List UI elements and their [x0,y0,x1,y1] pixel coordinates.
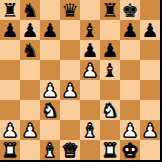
square-f1[interactable]: ♜ [100,140,120,160]
square-c4[interactable]: ♟ [40,80,60,100]
square-d1[interactable]: ♛ [60,140,80,160]
square-h5[interactable] [140,60,160,80]
square-a1[interactable]: ♜ [0,140,20,160]
square-c6[interactable] [40,40,60,60]
white-pawn-piece[interactable]: ♟ [141,120,158,140]
square-d4[interactable]: ♟ [60,80,80,100]
square-d5[interactable] [60,60,80,80]
black-pawn-piece[interactable]: ♟ [1,20,18,40]
square-h3[interactable] [140,100,160,120]
square-b6[interactable]: ♞ [20,40,40,60]
square-d6[interactable] [60,40,80,60]
black-pawn-piece[interactable]: ♟ [21,20,38,40]
square-a4[interactable] [0,80,20,100]
black-bishop-piece[interactable]: ♝ [101,60,118,80]
square-g2[interactable]: ♟ [120,120,140,140]
white-rook-piece[interactable]: ♜ [101,140,118,160]
white-king-piece[interactable]: ♚ [121,140,138,160]
white-queen-piece[interactable]: ♛ [61,140,78,160]
black-bishop-piece[interactable]: ♝ [81,20,98,40]
square-a2[interactable]: ♟ [0,120,20,140]
black-queen-piece[interactable]: ♛ [61,0,78,20]
square-h4[interactable] [140,80,160,100]
white-pawn-piece[interactable]: ♟ [41,80,58,100]
black-king-piece[interactable]: ♚ [121,0,138,20]
square-f7[interactable] [100,20,120,40]
square-a3[interactable] [0,100,20,120]
white-knight-piece[interactable]: ♞ [41,100,58,120]
square-e7[interactable]: ♝ [80,20,100,40]
black-knight-piece[interactable]: ♞ [21,0,38,20]
square-c7[interactable]: ♟ [40,20,60,40]
square-e2[interactable]: ♝ [80,120,100,140]
white-pawn-piece[interactable]: ♟ [1,120,18,140]
square-e4[interactable] [80,80,100,100]
square-a6[interactable] [0,40,20,60]
square-g7[interactable]: ♟ [120,20,140,40]
black-pawn-piece[interactable]: ♟ [41,20,58,40]
square-b8[interactable]: ♞ [20,0,40,20]
square-c1[interactable]: ♝ [40,140,60,160]
square-c5[interactable] [40,60,60,80]
square-d8[interactable]: ♛ [60,0,80,20]
square-g5[interactable] [120,60,140,80]
square-b7[interactable]: ♟ [20,20,40,40]
black-rook-piece[interactable]: ♜ [1,0,18,20]
square-b2[interactable]: ♟ [20,120,40,140]
square-a5[interactable] [0,60,20,80]
white-rook-piece[interactable]: ♜ [1,140,18,160]
black-pawn-piece[interactable]: ♟ [101,40,118,60]
square-f4[interactable] [100,80,120,100]
square-h1[interactable] [140,140,160,160]
square-e5[interactable]: ♟ [80,60,100,80]
square-c8[interactable] [40,0,60,20]
square-e8[interactable] [80,0,100,20]
square-c2[interactable] [40,120,60,140]
square-h6[interactable] [140,40,160,60]
black-pawn-piece[interactable]: ♟ [141,20,158,40]
square-f6[interactable]: ♟ [100,40,120,60]
square-g6[interactable] [120,40,140,60]
square-g1[interactable]: ♚ [120,140,140,160]
square-f3[interactable]: ♞ [100,100,120,120]
chess-board: ♜♞♛♜♚♟♟♟♝♟♟♞♟♟♟♝♟♟♞♞♟♟♝♟♟♜♝♛♜♚ [0,0,160,160]
square-h7[interactable]: ♟ [140,20,160,40]
square-g4[interactable] [120,80,140,100]
square-e6[interactable]: ♟ [80,40,100,60]
square-f8[interactable]: ♜ [100,0,120,20]
square-b5[interactable] [20,60,40,80]
square-a7[interactable]: ♟ [0,20,20,40]
black-pawn-piece[interactable]: ♟ [121,20,138,40]
white-bishop-piece[interactable]: ♝ [81,120,98,140]
white-pawn-piece[interactable]: ♟ [21,120,38,140]
square-h8[interactable] [140,0,160,20]
square-f5[interactable]: ♝ [100,60,120,80]
white-pawn-piece[interactable]: ♟ [61,80,78,100]
square-b1[interactable] [20,140,40,160]
square-e1[interactable] [80,140,100,160]
square-g3[interactable] [120,100,140,120]
white-knight-piece[interactable]: ♞ [101,100,118,120]
square-g8[interactable]: ♚ [120,0,140,20]
square-b4[interactable] [20,80,40,100]
white-pawn-piece[interactable]: ♟ [81,60,98,80]
square-d2[interactable] [60,120,80,140]
square-d7[interactable] [60,20,80,40]
square-e3[interactable] [80,100,100,120]
square-a8[interactable]: ♜ [0,0,20,20]
white-pawn-piece[interactable]: ♟ [121,120,138,140]
square-d3[interactable] [60,100,80,120]
square-c3[interactable]: ♞ [40,100,60,120]
square-h2[interactable]: ♟ [140,120,160,140]
square-f2[interactable] [100,120,120,140]
black-pawn-piece[interactable]: ♟ [81,40,98,60]
black-knight-piece[interactable]: ♞ [21,40,38,60]
black-rook-piece[interactable]: ♜ [101,0,118,20]
square-b3[interactable] [20,100,40,120]
white-bishop-piece[interactable]: ♝ [41,140,58,160]
chess-board-frame: ♜♞♛♜♚♟♟♟♝♟♟♞♟♟♟♝♟♟♞♞♟♟♝♟♟♜♝♛♜♚ [0,0,162,162]
